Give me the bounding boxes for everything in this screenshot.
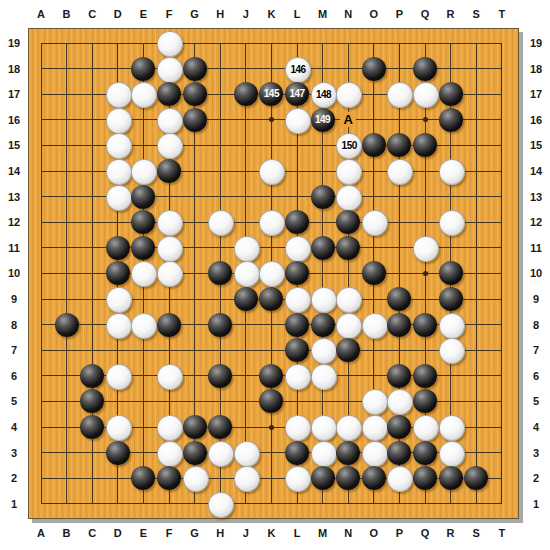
- white-stone: [362, 441, 388, 467]
- column-label-bottom: Q: [415, 527, 435, 539]
- black-stone: [183, 415, 207, 439]
- white-stone: [439, 210, 465, 236]
- white-stone: 148: [311, 82, 337, 108]
- column-label-bottom: A: [31, 527, 51, 539]
- column-label-top: Q: [415, 8, 435, 20]
- black-stone: [311, 185, 335, 209]
- black-stone: [413, 441, 437, 465]
- column-label-top: J: [236, 8, 256, 20]
- white-stone: [106, 133, 132, 159]
- column-label-bottom: B: [57, 527, 77, 539]
- column-label-top: D: [108, 8, 128, 20]
- black-stone: [55, 313, 79, 337]
- row-label-right: 3: [524, 447, 548, 459]
- row-label-left: 9: [2, 293, 26, 305]
- star-point: [423, 117, 428, 122]
- row-label-left: 12: [2, 216, 26, 228]
- white-stone: [362, 389, 388, 415]
- black-stone: [234, 287, 258, 311]
- move-number-label: 150: [342, 141, 357, 151]
- column-label-top: R: [441, 8, 461, 20]
- row-label-left: 14: [2, 165, 26, 177]
- black-stone: [157, 159, 181, 183]
- column-label-bottom: J: [236, 527, 256, 539]
- row-label-left: 18: [2, 63, 26, 75]
- row-label-left: 8: [2, 319, 26, 331]
- black-stone: [439, 82, 463, 106]
- black-stone: [362, 466, 386, 490]
- column-label-top: N: [338, 8, 358, 20]
- white-stone: [311, 364, 337, 390]
- row-label-left: 4: [2, 421, 26, 433]
- row-label-left: 5: [2, 395, 26, 407]
- grid-line-horizontal: [41, 350, 503, 351]
- white-stone: [311, 441, 337, 467]
- black-stone: [439, 287, 463, 311]
- row-label-right: 18: [524, 63, 548, 75]
- black-stone: [183, 57, 207, 81]
- black-stone: [439, 261, 463, 285]
- white-stone: [208, 492, 234, 518]
- grid-line-horizontal: [41, 503, 503, 504]
- column-label-bottom: E: [133, 527, 153, 539]
- white-stone: [106, 287, 132, 313]
- black-stone: [439, 108, 463, 132]
- row-label-right: 19: [524, 37, 548, 49]
- row-label-left: 13: [2, 191, 26, 203]
- row-label-left: 11: [2, 242, 26, 254]
- column-label-top: M: [313, 8, 333, 20]
- column-label-top: L: [287, 8, 307, 20]
- white-stone: [285, 108, 311, 134]
- white-stone: [413, 415, 439, 441]
- row-label-right: 7: [524, 344, 548, 356]
- row-label-right: 1: [524, 498, 548, 510]
- move-number-label: 145: [264, 89, 279, 99]
- white-stone: [157, 57, 183, 83]
- black-stone: [413, 466, 437, 490]
- white-stone: [285, 287, 311, 313]
- row-label-left: 6: [2, 370, 26, 382]
- white-stone: 146: [285, 57, 311, 83]
- white-stone: [234, 466, 260, 492]
- star-point: [423, 271, 428, 276]
- black-stone: [157, 313, 181, 337]
- black-stone: [387, 313, 411, 337]
- white-stone: [336, 415, 362, 441]
- row-label-left: 3: [2, 447, 26, 459]
- column-label-bottom: T: [492, 527, 512, 539]
- white-stone: [106, 313, 132, 339]
- row-label-right: 9: [524, 293, 548, 305]
- black-stone: [106, 441, 130, 465]
- white-stone: [336, 159, 362, 185]
- row-label-left: 1: [2, 498, 26, 510]
- white-stone: [285, 415, 311, 441]
- white-stone: [234, 261, 260, 287]
- column-label-bottom: L: [287, 527, 307, 539]
- black-stone: [208, 415, 232, 439]
- column-label-bottom: C: [82, 527, 102, 539]
- row-label-left: 10: [2, 267, 26, 279]
- white-stone: [157, 364, 183, 390]
- column-label-bottom: M: [313, 527, 333, 539]
- black-stone: 147: [285, 82, 309, 106]
- move-number-label: 148: [316, 90, 331, 100]
- black-stone: [80, 415, 104, 439]
- black-stone: [336, 441, 360, 465]
- column-label-bottom: H: [210, 527, 230, 539]
- black-stone: [183, 441, 207, 465]
- column-label-bottom: S: [466, 527, 486, 539]
- row-label-left: 17: [2, 88, 26, 100]
- black-stone: [311, 313, 335, 337]
- white-stone: [311, 338, 337, 364]
- column-label-bottom: G: [185, 527, 205, 539]
- white-stone: [106, 415, 132, 441]
- black-stone: [439, 466, 463, 490]
- black-stone: [336, 236, 360, 260]
- row-label-right: 2: [524, 472, 548, 484]
- column-label-top: S: [466, 8, 486, 20]
- black-stone: [106, 236, 130, 260]
- white-stone: [157, 236, 183, 262]
- black-stone: [131, 185, 155, 209]
- column-label-top: F: [159, 8, 179, 20]
- row-label-left: 7: [2, 344, 26, 356]
- row-label-right: 14: [524, 165, 548, 177]
- white-stone: [157, 441, 183, 467]
- white-stone: [439, 415, 465, 441]
- white-stone: [362, 210, 388, 236]
- row-label-left: 2: [2, 472, 26, 484]
- white-stone: [311, 287, 337, 313]
- column-label-top: A: [31, 8, 51, 20]
- white-stone: [208, 441, 234, 467]
- row-label-right: 16: [524, 114, 548, 126]
- white-stone: [336, 287, 362, 313]
- column-label-bottom: F: [159, 527, 179, 539]
- row-label-right: 11: [524, 242, 548, 254]
- white-stone: [157, 415, 183, 441]
- white-stone: [413, 236, 439, 262]
- row-label-right: 5: [524, 395, 548, 407]
- black-stone: [311, 466, 335, 490]
- column-label-top: C: [82, 8, 102, 20]
- column-label-top: T: [492, 8, 512, 20]
- row-label-right: 4: [524, 421, 548, 433]
- black-stone: [285, 338, 309, 362]
- black-stone: [285, 313, 309, 337]
- column-label-bottom: P: [389, 527, 409, 539]
- white-stone: [413, 82, 439, 108]
- black-stone: [413, 57, 437, 81]
- row-label-right: 6: [524, 370, 548, 382]
- point-marker-A: A: [340, 112, 356, 127]
- white-stone: [157, 31, 183, 57]
- row-label-right: 8: [524, 319, 548, 331]
- move-number-label: 147: [289, 89, 304, 99]
- white-stone: [311, 415, 337, 441]
- black-stone: [362, 57, 386, 81]
- black-stone: [157, 82, 181, 106]
- white-stone: [362, 313, 388, 339]
- black-stone: [157, 466, 181, 490]
- white-stone: [439, 313, 465, 339]
- star-point: [269, 425, 274, 430]
- white-stone: [106, 159, 132, 185]
- column-label-top: K: [261, 8, 281, 20]
- black-stone: [234, 82, 258, 106]
- column-label-top: E: [133, 8, 153, 20]
- column-label-top: G: [185, 8, 205, 20]
- column-label-bottom: N: [338, 527, 358, 539]
- white-stone: [285, 466, 311, 492]
- move-number-label: 149: [315, 115, 330, 125]
- white-stone: [234, 236, 260, 262]
- white-stone: [362, 415, 388, 441]
- black-stone: [311, 236, 335, 260]
- white-stone: [439, 441, 465, 467]
- white-stone: [336, 185, 362, 211]
- row-label-right: 10: [524, 267, 548, 279]
- row-label-left: 19: [2, 37, 26, 49]
- black-stone: [80, 364, 104, 388]
- column-label-bottom: O: [364, 527, 384, 539]
- black-stone: 149: [311, 108, 335, 132]
- row-label-right: 17: [524, 88, 548, 100]
- row-label-left: 15: [2, 139, 26, 151]
- go-board-page: AABBCCDDEEFFGGHHJJKKLLMMNNOOPPQQRRSSTT19…: [0, 0, 550, 550]
- white-stone: [183, 466, 209, 492]
- black-stone: [183, 82, 207, 106]
- white-stone: [439, 338, 465, 364]
- white-stone: [106, 82, 132, 108]
- black-stone: [183, 108, 207, 132]
- white-stone: [131, 313, 157, 339]
- black-stone: [413, 313, 437, 337]
- column-label-top: B: [57, 8, 77, 20]
- white-stone: [157, 210, 183, 236]
- black-stone: [413, 364, 437, 388]
- black-stone: [208, 364, 232, 388]
- black-stone: [387, 441, 411, 465]
- white-stone: [234, 441, 260, 467]
- black-stone: [285, 210, 309, 234]
- column-label-bottom: D: [108, 527, 128, 539]
- row-label-right: 15: [524, 139, 548, 151]
- row-label-right: 12: [524, 216, 548, 228]
- white-stone: [439, 159, 465, 185]
- white-stone: [157, 108, 183, 134]
- grid-line-vertical: [501, 43, 502, 505]
- black-stone: [131, 57, 155, 81]
- column-label-bottom: K: [261, 527, 281, 539]
- black-stone: [208, 313, 232, 337]
- white-stone: [106, 108, 132, 134]
- column-label-bottom: R: [441, 527, 461, 539]
- row-label-left: 16: [2, 114, 26, 126]
- white-stone: [285, 364, 311, 390]
- white-stone: [285, 236, 311, 262]
- move-number-label: 146: [290, 65, 305, 75]
- white-stone: [106, 364, 132, 390]
- column-label-top: H: [210, 8, 230, 20]
- row-label-right: 13: [524, 191, 548, 203]
- black-stone: [285, 441, 309, 465]
- column-label-top: O: [364, 8, 384, 20]
- grid-line-vertical: [476, 43, 477, 505]
- column-label-top: P: [389, 8, 409, 20]
- white-stone: [336, 313, 362, 339]
- white-stone: [106, 185, 132, 211]
